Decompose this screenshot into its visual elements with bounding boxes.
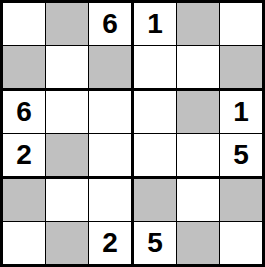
empty-cell-r1c2[interactable] (46, 3, 88, 45)
empty-cell-r2c3[interactable] (89, 46, 131, 88)
empty-cell-r5c3[interactable] (89, 179, 131, 221)
box-r2c2: 15 (134, 91, 262, 176)
empty-cell-r2c2[interactable] (46, 46, 88, 88)
empty-cell-r3c2[interactable] (46, 91, 88, 133)
empty-cell-r2c6[interactable] (220, 46, 262, 88)
empty-cell-r3c3[interactable] (89, 91, 131, 133)
empty-cell-r5c1[interactable] (3, 179, 45, 221)
empty-cell-r5c6[interactable] (220, 179, 262, 221)
sudoku-board: 61621525 (0, 0, 265, 267)
empty-cell-r1c1[interactable] (3, 3, 45, 45)
box-r3c1: 2 (3, 179, 131, 264)
empty-cell-r5c4[interactable] (134, 179, 176, 221)
given-cell-r4c6: 5 (220, 134, 262, 176)
given-cell-r1c4: 1 (134, 3, 176, 45)
empty-cell-r1c6[interactable] (220, 3, 262, 45)
empty-cell-r4c2[interactable] (46, 134, 88, 176)
given-cell-r1c3: 6 (89, 3, 131, 45)
empty-cell-r4c3[interactable] (89, 134, 131, 176)
box-r1c1: 6 (3, 3, 131, 88)
empty-cell-r2c5[interactable] (177, 46, 219, 88)
empty-cell-r2c1[interactable] (3, 46, 45, 88)
empty-cell-r6c6[interactable] (220, 222, 262, 264)
given-cell-r6c3: 2 (89, 222, 131, 264)
empty-cell-r4c4[interactable] (134, 134, 176, 176)
given-cell-r4c1: 2 (3, 134, 45, 176)
given-cell-r3c1: 6 (3, 91, 45, 133)
empty-cell-r2c4[interactable] (134, 46, 176, 88)
empty-cell-r4c5[interactable] (177, 134, 219, 176)
empty-cell-r6c2[interactable] (46, 222, 88, 264)
empty-cell-r5c2[interactable] (46, 179, 88, 221)
box-r1c2: 1 (134, 3, 262, 88)
empty-cell-r5c5[interactable] (177, 179, 219, 221)
box-r2c1: 62 (3, 91, 131, 176)
empty-cell-r1c5[interactable] (177, 3, 219, 45)
empty-cell-r6c1[interactable] (3, 222, 45, 264)
given-cell-r3c6: 1 (220, 91, 262, 133)
empty-cell-r6c5[interactable] (177, 222, 219, 264)
given-cell-r6c4: 5 (134, 222, 176, 264)
empty-cell-r3c5[interactable] (177, 91, 219, 133)
empty-cell-r3c4[interactable] (134, 91, 176, 133)
box-r3c2: 5 (134, 179, 262, 264)
